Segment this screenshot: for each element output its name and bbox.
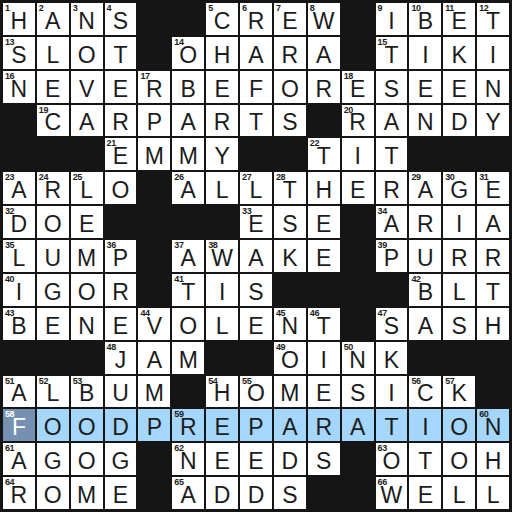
- cell-letter: P: [248, 416, 263, 441]
- cell-letter: R: [180, 416, 197, 441]
- cell-r6c15[interactable]: 31E: [477, 172, 509, 204]
- cell-letter: M: [179, 145, 198, 170]
- cell-letter: U: [417, 247, 434, 272]
- cell-r3c4[interactable]: E: [105, 71, 137, 103]
- cell-r2c1[interactable]: 13S: [3, 37, 35, 69]
- cell-letter: O: [44, 416, 62, 441]
- cell-letter: E: [113, 315, 128, 340]
- cell-r12c10[interactable]: E: [308, 376, 340, 408]
- clue-number-41: 41: [174, 274, 183, 284]
- cell-r4c2[interactable]: 19C: [37, 105, 69, 137]
- cell-r1c13[interactable]: 10B: [409, 3, 441, 35]
- cell-r9c2[interactable]: G: [37, 274, 69, 306]
- cell-letter: A: [316, 44, 331, 69]
- cell-letter: E: [316, 213, 331, 238]
- cell-r15c8[interactable]: D: [240, 477, 272, 509]
- cell-r2c8[interactable]: A: [240, 37, 272, 69]
- cell-r4c7[interactable]: R: [206, 105, 238, 137]
- cell-letter: R: [11, 484, 28, 509]
- cell-r3c12[interactable]: S: [376, 71, 408, 103]
- cell-r13c9[interactable]: A: [274, 409, 306, 441]
- cell-r5c12[interactable]: T: [376, 138, 408, 170]
- cell-r7c9[interactable]: S: [274, 206, 306, 238]
- clue-number-56: 56: [411, 376, 420, 386]
- cell-r13c6[interactable]: 59R: [172, 409, 204, 441]
- black-square-r1c11: [342, 3, 374, 35]
- cell-letter: C: [417, 382, 434, 407]
- cell-r5c5[interactable]: M: [138, 138, 170, 170]
- cell-r2c6[interactable]: 14O: [172, 37, 204, 69]
- black-square-r14c5: [138, 443, 170, 475]
- cell-r4c3[interactable]: A: [71, 105, 103, 137]
- cell-r13c11[interactable]: A: [342, 409, 374, 441]
- cell-letter: A: [418, 315, 433, 340]
- cell-r10c9[interactable]: 45N: [274, 308, 306, 340]
- clue-number-47: 47: [378, 308, 387, 318]
- cell-r8c10[interactable]: E: [308, 240, 340, 272]
- cell-letter: B: [79, 382, 94, 407]
- black-square-r11c3: [71, 342, 103, 374]
- cell-r8c7[interactable]: 38W: [206, 240, 238, 272]
- cell-letter: O: [78, 44, 96, 69]
- cell-r6c12[interactable]: R: [376, 172, 408, 204]
- cell-r15c13[interactable]: E: [409, 477, 441, 509]
- cell-r10c15[interactable]: H: [477, 308, 509, 340]
- cell-r15c15[interactable]: L: [477, 477, 509, 509]
- cell-letter: T: [384, 145, 398, 170]
- cell-r2c13[interactable]: I: [409, 37, 441, 69]
- cell-letter: S: [113, 10, 128, 35]
- cell-r3c1[interactable]: 16N: [3, 71, 35, 103]
- cell-r9c13[interactable]: 42B: [409, 274, 441, 306]
- cell-r12c13[interactable]: 56C: [409, 376, 441, 408]
- cell-r10c8[interactable]: E: [240, 308, 272, 340]
- cell-r7c13[interactable]: R: [409, 206, 441, 238]
- cell-letter: B: [181, 78, 196, 103]
- cell-r2c3[interactable]: O: [71, 37, 103, 69]
- clue-number-58: 58: [5, 409, 14, 419]
- cell-r8c9[interactable]: K: [274, 240, 306, 272]
- cell-r13c14[interactable]: O: [443, 409, 475, 441]
- cell-letter: T: [181, 281, 195, 306]
- cell-r8c6[interactable]: 37A: [172, 240, 204, 272]
- clue-number-42: 42: [411, 274, 420, 284]
- cell-letter: E: [79, 213, 94, 238]
- cell-letter: E: [248, 213, 263, 238]
- cell-r3c7[interactable]: E: [206, 71, 238, 103]
- cell-r6c6[interactable]: 26A: [172, 172, 204, 204]
- cell-r12c8[interactable]: 55O: [240, 376, 272, 408]
- cell-r13c10[interactable]: R: [308, 409, 340, 441]
- cell-letter: S: [282, 484, 297, 509]
- cell-letter: A: [181, 111, 196, 136]
- cell-letter: I: [388, 10, 394, 35]
- cell-r8c8[interactable]: A: [240, 240, 272, 272]
- cell-r1c7[interactable]: 5C: [206, 3, 238, 35]
- cell-r4c9[interactable]: S: [274, 105, 306, 137]
- cell-r10c1[interactable]: 43B: [3, 308, 35, 340]
- cell-r11c9[interactable]: 49O: [274, 342, 306, 374]
- cell-r1c4[interactable]: 4S: [105, 3, 137, 35]
- cell-r14c7[interactable]: E: [206, 443, 238, 475]
- clue-number-11: 11: [445, 3, 454, 13]
- cell-r5c11[interactable]: I: [342, 138, 374, 170]
- cell-r9c3[interactable]: O: [71, 274, 103, 306]
- cell-r2c9[interactable]: R: [274, 37, 306, 69]
- cell-r10c6[interactable]: O: [172, 308, 204, 340]
- cell-r3c5[interactable]: 17R: [138, 71, 170, 103]
- cell-letter: R: [349, 111, 366, 136]
- cell-r15c6[interactable]: 65A: [172, 477, 204, 509]
- cell-r10c14[interactable]: S: [443, 308, 475, 340]
- cell-r10c12[interactable]: 47S: [376, 308, 408, 340]
- cell-letter: H: [485, 315, 502, 340]
- cell-r1c12[interactable]: 9I: [376, 3, 408, 35]
- cell-r8c3[interactable]: M: [71, 240, 103, 272]
- cell-r3c13[interactable]: E: [409, 71, 441, 103]
- cell-r8c4[interactable]: 36P: [105, 240, 137, 272]
- cell-letter: E: [282, 10, 297, 35]
- cell-r4c15[interactable]: Y: [477, 105, 509, 137]
- cell-r7c12[interactable]: 34A: [376, 206, 408, 238]
- cell-r4c6[interactable]: A: [172, 105, 204, 137]
- cell-r3c8[interactable]: F: [240, 71, 272, 103]
- cell-letter: I: [456, 213, 462, 238]
- cell-letter: M: [280, 382, 299, 407]
- cell-letter: E: [45, 315, 60, 340]
- cell-letter: L: [216, 315, 229, 340]
- cell-r12c11[interactable]: S: [342, 376, 374, 408]
- cell-r6c14[interactable]: 30G: [443, 172, 475, 204]
- cell-r6c9[interactable]: 28T: [274, 172, 306, 204]
- black-square-r5c3: [71, 138, 103, 170]
- clue-number-64: 64: [5, 477, 14, 487]
- clue-number-48: 48: [107, 342, 116, 352]
- cell-r14c6[interactable]: 62N: [172, 443, 204, 475]
- cell-letter: A: [248, 247, 263, 272]
- cell-letter: E: [452, 10, 467, 35]
- cell-letter: E: [316, 247, 331, 272]
- black-square-r5c15: [477, 138, 509, 170]
- cell-r12c7[interactable]: 54H: [206, 376, 238, 408]
- cell-letter: L: [453, 484, 466, 509]
- cell-letter: E: [418, 78, 433, 103]
- cell-r7c8[interactable]: 33E: [240, 206, 272, 238]
- cell-r7c3[interactable]: E: [71, 206, 103, 238]
- cell-r1c15[interactable]: 12T: [477, 3, 509, 35]
- clue-number-12: 12: [479, 3, 488, 13]
- cell-r10c3[interactable]: N: [71, 308, 103, 340]
- cell-r6c8[interactable]: 27L: [240, 172, 272, 204]
- cell-r15c9[interactable]: S: [274, 477, 306, 509]
- clue-number-33: 33: [242, 206, 251, 216]
- cell-r4c14[interactable]: D: [443, 105, 475, 137]
- cell-r13c15[interactable]: 60N: [477, 409, 509, 441]
- clue-number-44: 44: [140, 308, 149, 318]
- cell-r3c10[interactable]: R: [308, 71, 340, 103]
- cell-r10c4[interactable]: E: [105, 308, 137, 340]
- cell-r13c5[interactable]: P: [138, 409, 170, 441]
- cell-r3c9[interactable]: O: [274, 71, 306, 103]
- cell-letter: O: [450, 450, 468, 475]
- cell-r4c5[interactable]: P: [138, 105, 170, 137]
- clue-number-59: 59: [174, 409, 183, 419]
- black-square-r9c12: [376, 274, 408, 306]
- cell-letter: Y: [214, 145, 229, 170]
- cell-letter: N: [349, 349, 366, 374]
- clue-number-14: 14: [174, 37, 183, 47]
- cell-letter: D: [214, 484, 231, 509]
- cell-letter: G: [450, 179, 468, 204]
- cell-r15c3[interactable]: M: [71, 477, 103, 509]
- cell-r1c1[interactable]: 1H: [3, 3, 35, 35]
- cell-letter: O: [112, 179, 130, 204]
- cell-r1c10[interactable]: 8W: [308, 3, 340, 35]
- cell-letter: I: [422, 416, 428, 441]
- cell-r12c1[interactable]: 51A: [3, 376, 35, 408]
- cell-r9c8[interactable]: S: [240, 274, 272, 306]
- cell-r15c7[interactable]: D: [206, 477, 238, 509]
- cell-r12c9[interactable]: M: [274, 376, 306, 408]
- cell-r8c1[interactable]: 35L: [3, 240, 35, 272]
- cell-r14c10[interactable]: S: [308, 443, 340, 475]
- cell-letter: W: [381, 484, 403, 509]
- cell-r2c10[interactable]: A: [308, 37, 340, 69]
- cell-r14c9[interactable]: D: [274, 443, 306, 475]
- cell-r8c14[interactable]: R: [443, 240, 475, 272]
- cell-r10c7[interactable]: L: [206, 308, 238, 340]
- cell-r12c14[interactable]: 57K: [443, 376, 475, 408]
- cell-letter: S: [452, 315, 467, 340]
- cell-r1c3[interactable]: 3N: [71, 3, 103, 35]
- cell-r2c14[interactable]: K: [443, 37, 475, 69]
- cell-r6c1[interactable]: 23A: [3, 172, 35, 204]
- cell-r13c2[interactable]: O: [37, 409, 69, 441]
- cell-r11c12[interactable]: K: [376, 342, 408, 374]
- cell-r7c10[interactable]: E: [308, 206, 340, 238]
- cell-letter: V: [79, 78, 94, 103]
- cell-r9c6[interactable]: 41T: [172, 274, 204, 306]
- cell-r1c14[interactable]: 11E: [443, 3, 475, 35]
- cell-r11c5[interactable]: A: [138, 342, 170, 374]
- cell-r3c11[interactable]: 18E: [342, 71, 374, 103]
- cell-r3c15[interactable]: N: [477, 71, 509, 103]
- cell-r9c7[interactable]: I: [206, 274, 238, 306]
- cell-r15c12[interactable]: 66W: [376, 477, 408, 509]
- cell-r4c8[interactable]: T: [240, 105, 272, 137]
- cell-letter: E: [248, 315, 263, 340]
- cell-r6c7[interactable]: L: [206, 172, 238, 204]
- cell-r3c2[interactable]: E: [37, 71, 69, 103]
- cell-r8c2[interactable]: U: [37, 240, 69, 272]
- cell-r2c15[interactable]: I: [477, 37, 509, 69]
- cell-r10c13[interactable]: A: [409, 308, 441, 340]
- cell-letter: O: [281, 78, 299, 103]
- cell-r9c15[interactable]: T: [477, 274, 509, 306]
- cell-r11c11[interactable]: 50N: [342, 342, 374, 374]
- cell-r14c3[interactable]: O: [71, 443, 103, 475]
- cell-r5c6[interactable]: M: [172, 138, 204, 170]
- cell-letter: L: [250, 179, 263, 204]
- cell-letter: I: [16, 281, 22, 306]
- cell-r7c1[interactable]: 32D: [3, 206, 35, 238]
- clue-number-62: 62: [174, 443, 183, 453]
- black-square-r6c5: [138, 172, 170, 204]
- cell-letter: M: [77, 484, 96, 509]
- cell-letter: H: [214, 382, 231, 407]
- cell-letter: A: [11, 382, 26, 407]
- cell-r7c14[interactable]: I: [443, 206, 475, 238]
- cell-r5c4[interactable]: 21E: [105, 138, 137, 170]
- cell-r3c6[interactable]: B: [172, 71, 204, 103]
- cell-r13c1[interactable]: 58F: [3, 409, 35, 441]
- cell-letter: G: [112, 450, 130, 475]
- cell-letter: A: [45, 10, 60, 35]
- cell-letter: R: [451, 247, 468, 272]
- clue-number-29: 29: [411, 172, 420, 182]
- cell-r14c15[interactable]: H: [477, 443, 509, 475]
- cell-r12c4[interactable]: U: [105, 376, 137, 408]
- clue-number-26: 26: [174, 172, 183, 182]
- cell-r2c4[interactable]: T: [105, 37, 137, 69]
- cell-r7c15[interactable]: A: [477, 206, 509, 238]
- clue-number-23: 23: [5, 172, 14, 182]
- cell-r6c10[interactable]: H: [308, 172, 340, 204]
- black-square-r7c11: [342, 206, 374, 238]
- cell-letter: A: [282, 416, 297, 441]
- cell-r11c4[interactable]: 48J: [105, 342, 137, 374]
- cell-letter: K: [452, 382, 467, 407]
- cell-r10c5[interactable]: 44V: [138, 308, 170, 340]
- cell-letter: P: [384, 247, 399, 272]
- clue-number-21: 21: [107, 138, 116, 148]
- cell-r15c4[interactable]: E: [105, 477, 137, 509]
- cell-r9c1[interactable]: 40I: [3, 274, 35, 306]
- cell-r9c4[interactable]: R: [105, 274, 137, 306]
- cell-r6c2[interactable]: 24R: [37, 172, 69, 204]
- cell-r3c3[interactable]: V: [71, 71, 103, 103]
- cell-r1c2[interactable]: 2A: [37, 3, 69, 35]
- cell-r1c8[interactable]: 6R: [240, 3, 272, 35]
- cell-letter: A: [350, 416, 365, 441]
- cell-r5c10[interactable]: 22T: [308, 138, 340, 170]
- clue-number-37: 37: [174, 240, 183, 250]
- cell-r14c4[interactable]: G: [105, 443, 137, 475]
- cell-r8c13[interactable]: U: [409, 240, 441, 272]
- cell-r12c3[interactable]: 53B: [71, 376, 103, 408]
- clue-number-24: 24: [39, 172, 48, 182]
- clue-number-3: 3: [73, 3, 78, 13]
- cell-r6c11[interactable]: E: [342, 172, 374, 204]
- cell-r14c8[interactable]: E: [240, 443, 272, 475]
- cell-letter: H: [11, 10, 28, 35]
- cell-r15c2[interactable]: O: [37, 477, 69, 509]
- cell-r8c12[interactable]: 39P: [376, 240, 408, 272]
- cell-r14c1[interactable]: 61A: [3, 443, 35, 475]
- black-square-r7c6: [172, 206, 204, 238]
- cell-letter: E: [418, 484, 433, 509]
- cell-r14c12[interactable]: 63O: [376, 443, 408, 475]
- cell-r10c2[interactable]: E: [37, 308, 69, 340]
- cell-letter: O: [450, 416, 468, 441]
- cell-r13c13[interactable]: I: [409, 409, 441, 441]
- cell-r4c12[interactable]: A: [376, 105, 408, 137]
- clue-number-27: 27: [242, 172, 251, 182]
- cell-r11c10[interactable]: I: [308, 342, 340, 374]
- clue-number-17: 17: [140, 71, 149, 81]
- cell-letter: J: [115, 349, 127, 374]
- cell-r14c14[interactable]: O: [443, 443, 475, 475]
- cell-r6c3[interactable]: 25L: [71, 172, 103, 204]
- clue-number-18: 18: [344, 71, 353, 81]
- cell-letter: L: [453, 281, 466, 306]
- cell-letter: E: [350, 179, 365, 204]
- cell-r7c2[interactable]: O: [37, 206, 69, 238]
- black-square-r7c7: [206, 206, 238, 238]
- cell-r11c6[interactable]: M: [172, 342, 204, 374]
- cell-r13c3[interactable]: O: [71, 409, 103, 441]
- cell-r1c9[interactable]: 7E: [274, 3, 306, 35]
- cell-letter: D: [112, 416, 129, 441]
- cell-letter: W: [211, 247, 233, 272]
- cell-r2c7[interactable]: H: [206, 37, 238, 69]
- black-square-r5c8: [240, 138, 272, 170]
- cell-r10c10[interactable]: 46T: [308, 308, 340, 340]
- cell-r15c1[interactable]: 64R: [3, 477, 35, 509]
- cell-r6c4[interactable]: O: [105, 172, 137, 204]
- clue-number-46: 46: [310, 308, 319, 318]
- cell-r4c11[interactable]: 20R: [342, 105, 374, 137]
- cell-r4c4[interactable]: R: [105, 105, 137, 137]
- cell-letter: T: [317, 145, 331, 170]
- clue-number-49: 49: [276, 342, 285, 352]
- cell-letter: N: [78, 315, 95, 340]
- cell-r12c12[interactable]: I: [376, 376, 408, 408]
- cell-r2c12[interactable]: 15T: [376, 37, 408, 69]
- cell-letter: S: [316, 450, 331, 475]
- cell-letter: K: [282, 247, 297, 272]
- clue-number-65: 65: [174, 477, 183, 487]
- cell-r12c5[interactable]: M: [138, 376, 170, 408]
- cell-r3c14[interactable]: E: [443, 71, 475, 103]
- cell-letter: E: [214, 450, 229, 475]
- cell-r5c7[interactable]: Y: [206, 138, 238, 170]
- cell-r14c13[interactable]: T: [409, 443, 441, 475]
- clue-number-40: 40: [5, 274, 14, 284]
- clue-number-5: 5: [208, 3, 213, 13]
- cell-r13c12[interactable]: T: [376, 409, 408, 441]
- cell-r14c2[interactable]: G: [37, 443, 69, 475]
- cell-letter: T: [418, 450, 432, 475]
- black-square-r4c1: [3, 105, 35, 137]
- black-square-r9c5: [138, 274, 170, 306]
- cell-r6c13[interactable]: 29A: [409, 172, 441, 204]
- cell-r15c14[interactable]: L: [443, 477, 475, 509]
- cell-r13c8[interactable]: P: [240, 409, 272, 441]
- cell-r2c2[interactable]: L: [37, 37, 69, 69]
- cell-r4c13[interactable]: N: [409, 105, 441, 137]
- cell-r13c7[interactable]: E: [206, 409, 238, 441]
- cell-r8c15[interactable]: R: [477, 240, 509, 272]
- cell-letter: D: [11, 213, 28, 238]
- cell-letter: I: [354, 145, 360, 170]
- cell-letter: E: [214, 416, 229, 441]
- clue-number-55: 55: [242, 376, 251, 386]
- cell-letter: C: [44, 111, 61, 136]
- cell-r12c2[interactable]: 52L: [37, 376, 69, 408]
- cell-r9c14[interactable]: L: [443, 274, 475, 306]
- cell-r13c4[interactable]: D: [105, 409, 137, 441]
